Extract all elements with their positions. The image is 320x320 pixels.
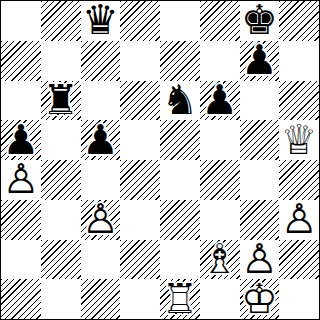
square-c3[interactable]: ♟♙ — [81, 200, 121, 240]
square-a3[interactable] — [1, 200, 41, 240]
square-e3[interactable] — [160, 200, 200, 240]
square-e5[interactable] — [160, 120, 200, 160]
square-b2[interactable] — [41, 240, 81, 280]
square-h1[interactable] — [279, 279, 319, 319]
square-b6[interactable]: ♜♜ — [41, 81, 81, 121]
square-h5[interactable]: ♛♕ — [279, 120, 319, 160]
square-g4[interactable] — [240, 160, 280, 200]
square-b5[interactable] — [41, 120, 81, 160]
square-b3[interactable] — [41, 200, 81, 240]
square-c8[interactable]: ♛♛ — [81, 1, 121, 41]
black-knight: ♞♞ — [160, 81, 200, 121]
square-h4[interactable] — [279, 160, 319, 200]
white-pawn: ♟♙ — [81, 200, 121, 240]
square-d3[interactable] — [120, 200, 160, 240]
white-pawn: ♟♙ — [279, 200, 319, 240]
square-d2[interactable] — [120, 240, 160, 280]
white-pawn: ♟♙ — [240, 240, 280, 280]
square-h6[interactable] — [279, 81, 319, 121]
square-b1[interactable] — [41, 279, 81, 319]
square-f3[interactable] — [200, 200, 240, 240]
piece-glyph: ♙ — [1, 160, 41, 200]
square-b4[interactable] — [41, 160, 81, 200]
piece-glyph: ♟ — [81, 120, 121, 160]
white-rook: ♜♖ — [160, 279, 200, 319]
black-pawn: ♟♟ — [81, 120, 121, 160]
square-e4[interactable] — [160, 160, 200, 200]
square-d4[interactable] — [120, 160, 160, 200]
square-f4[interactable] — [200, 160, 240, 200]
piece-glyph: ♕ — [279, 120, 319, 160]
square-g6[interactable] — [240, 81, 280, 121]
square-a1[interactable] — [1, 279, 41, 319]
black-rook: ♜♜ — [41, 81, 81, 121]
square-f1[interactable] — [200, 279, 240, 319]
square-c7[interactable] — [81, 41, 121, 81]
square-g2[interactable]: ♟♙ — [240, 240, 280, 280]
square-h3[interactable]: ♟♙ — [279, 200, 319, 240]
square-h7[interactable] — [279, 41, 319, 81]
square-b8[interactable] — [41, 1, 81, 41]
square-c1[interactable] — [81, 279, 121, 319]
square-d7[interactable] — [120, 41, 160, 81]
black-king: ♚♚ — [240, 1, 280, 41]
black-pawn: ♟♟ — [240, 41, 280, 81]
square-e8[interactable] — [160, 1, 200, 41]
square-h2[interactable] — [279, 240, 319, 280]
square-c2[interactable] — [81, 240, 121, 280]
square-d8[interactable] — [120, 1, 160, 41]
square-g5[interactable] — [240, 120, 280, 160]
square-c6[interactable] — [81, 81, 121, 121]
square-f6[interactable]: ♟♟ — [200, 81, 240, 121]
piece-glyph: ♚ — [240, 1, 280, 41]
square-e7[interactable] — [160, 41, 200, 81]
white-pawn: ♟♙ — [1, 160, 41, 200]
chess-board: ♛♛♚♚♟♟♜♜♞♞♟♟♟♟♟♟♛♕♟♙♟♙♟♙♝♗♟♙♜♖♚♔ — [0, 0, 320, 320]
piece-glyph: ♙ — [279, 200, 319, 240]
square-g7[interactable]: ♟♟ — [240, 41, 280, 81]
square-a4[interactable]: ♟♙ — [1, 160, 41, 200]
square-g3[interactable] — [240, 200, 280, 240]
piece-glyph: ♙ — [240, 240, 280, 280]
square-a8[interactable] — [1, 1, 41, 41]
white-bishop: ♝♗ — [200, 240, 240, 280]
square-a5[interactable]: ♟♟ — [1, 120, 41, 160]
square-d1[interactable] — [120, 279, 160, 319]
piece-glyph: ♟ — [200, 81, 240, 121]
square-e6[interactable]: ♞♞ — [160, 81, 200, 121]
piece-glyph: ♗ — [200, 240, 240, 280]
piece-glyph: ♜ — [41, 81, 81, 121]
piece-glyph: ♞ — [160, 81, 200, 121]
black-queen: ♛♛ — [81, 1, 121, 41]
square-d6[interactable] — [120, 81, 160, 121]
piece-glyph: ♙ — [81, 200, 121, 240]
square-f2[interactable]: ♝♗ — [200, 240, 240, 280]
piece-glyph: ♔ — [240, 279, 280, 319]
square-c4[interactable] — [81, 160, 121, 200]
black-pawn: ♟♟ — [200, 81, 240, 121]
square-a2[interactable] — [1, 240, 41, 280]
square-c5[interactable]: ♟♟ — [81, 120, 121, 160]
piece-glyph: ♟ — [240, 41, 280, 81]
piece-glyph: ♖ — [160, 279, 200, 319]
square-f8[interactable] — [200, 1, 240, 41]
square-g8[interactable]: ♚♚ — [240, 1, 280, 41]
square-f7[interactable] — [200, 41, 240, 81]
white-king: ♚♔ — [240, 279, 280, 319]
square-d5[interactable] — [120, 120, 160, 160]
square-e1[interactable]: ♜♖ — [160, 279, 200, 319]
square-a6[interactable] — [1, 81, 41, 121]
square-h8[interactable] — [279, 1, 319, 41]
square-b7[interactable] — [41, 41, 81, 81]
square-g1[interactable]: ♚♔ — [240, 279, 280, 319]
piece-glyph: ♛ — [81, 1, 121, 41]
piece-glyph: ♟ — [1, 120, 41, 160]
white-queen: ♛♕ — [279, 120, 319, 160]
square-e2[interactable] — [160, 240, 200, 280]
black-pawn: ♟♟ — [1, 120, 41, 160]
square-a7[interactable] — [1, 41, 41, 81]
square-f5[interactable] — [200, 120, 240, 160]
